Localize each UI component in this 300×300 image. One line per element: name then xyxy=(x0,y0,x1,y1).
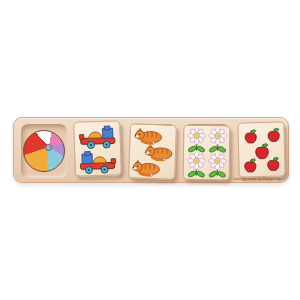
puzzle-tile-flowers[interactable] xyxy=(183,125,231,180)
fox-icon xyxy=(133,127,164,145)
fox-icon xyxy=(131,159,162,177)
puzzle-cell-flowers xyxy=(184,124,230,178)
fox-svg xyxy=(131,159,162,177)
flower-svg xyxy=(187,153,206,179)
brand-footer-text: Lovingly made by Bigjigs Toys xyxy=(233,178,283,181)
flower-svg xyxy=(187,128,206,154)
flower-svg xyxy=(208,153,227,179)
puzzle-tile-apples[interactable] xyxy=(237,122,285,178)
puzzle-tile-foxes[interactable] xyxy=(128,123,177,180)
product-photo: Lovingly made by Bigjigs Toys xyxy=(0,0,300,300)
apple-svg xyxy=(242,157,258,173)
flower-icon xyxy=(187,153,206,179)
apple-svg xyxy=(265,127,281,143)
train-svg xyxy=(77,149,119,174)
apple-icon xyxy=(265,127,281,143)
puzzle-cell-trains xyxy=(75,124,121,178)
puzzle-tray: Lovingly made by Bigjigs Toys xyxy=(13,117,289,183)
beach-ball-graphic xyxy=(23,130,65,172)
puzzle-tile-trains[interactable] xyxy=(73,120,122,176)
puzzle-cell-ball xyxy=(21,124,67,178)
puzzle-cell-foxes xyxy=(130,124,176,178)
train-svg xyxy=(76,124,118,149)
apple-icon xyxy=(265,156,281,172)
flower-icon xyxy=(187,128,206,154)
flower-icon xyxy=(208,128,227,154)
train-icon xyxy=(76,124,118,149)
puzzle-cell-apples xyxy=(239,124,285,178)
ball-valve xyxy=(45,144,52,151)
flower-svg xyxy=(208,128,227,154)
fox-svg xyxy=(133,127,164,145)
apple-icon xyxy=(242,157,258,173)
apple-svg xyxy=(265,156,281,172)
train-icon xyxy=(77,149,119,174)
flower-icon xyxy=(208,153,227,179)
